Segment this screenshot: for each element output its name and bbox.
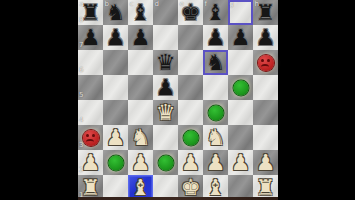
safe-move-dot-icon [108, 155, 123, 170]
file-label-b: b [105, 0, 109, 8]
black-queen: ♛ [153, 50, 178, 75]
white-king: ♚ [178, 175, 203, 200]
square-h1[interactable]: ♜ [253, 175, 278, 200]
square-d7[interactable] [153, 25, 178, 50]
square-a7[interactable]: 7♟ [78, 25, 103, 50]
black-bishop: ♝ [203, 0, 228, 25]
black-pawn: ♟ [253, 25, 278, 50]
square-g6[interactable] [228, 50, 253, 75]
square-d8[interactable]: d [153, 0, 178, 25]
square-e4[interactable] [178, 100, 203, 125]
square-e6[interactable] [178, 50, 203, 75]
chess-board: a8♜b♞c♝de♚f♝gh♜7♟♟♟♟♟♟6♛♞5♟4♛3♟♞♞2♟♟♟♟♟♟… [78, 0, 278, 200]
black-bishop: ♝ [128, 0, 153, 25]
square-e1[interactable]: ♚ [178, 175, 203, 200]
square-a8[interactable]: a8♜ [78, 0, 103, 25]
square-f6[interactable]: ♞ [203, 50, 228, 75]
safe-move-dot-icon [183, 130, 198, 145]
square-h6[interactable] [253, 50, 278, 75]
black-pawn: ♟ [228, 25, 253, 50]
square-e7[interactable] [178, 25, 203, 50]
white-pawn: ♟ [178, 150, 203, 175]
square-d6[interactable]: ♛ [153, 50, 178, 75]
rank-label-3: 3 [79, 142, 83, 149]
rank-label-7: 7 [79, 42, 83, 49]
unsafe-move-frown-icon [258, 55, 274, 71]
square-g1[interactable] [228, 175, 253, 200]
square-f3[interactable]: ♞ [203, 125, 228, 150]
square-f1[interactable]: ♝ [203, 175, 228, 200]
square-b8[interactable]: b♞ [103, 0, 128, 25]
white-queen: ♛ [153, 100, 178, 125]
square-a2[interactable]: 2♟ [78, 150, 103, 175]
square-a3[interactable]: 3 [78, 125, 103, 150]
square-h7[interactable]: ♟ [253, 25, 278, 50]
square-h2[interactable]: ♟ [253, 150, 278, 175]
rank-label-6: 6 [79, 67, 83, 74]
black-rook: ♜ [253, 0, 278, 25]
white-rook: ♜ [78, 175, 103, 200]
square-g4[interactable] [228, 100, 253, 125]
white-pawn: ♟ [128, 150, 153, 175]
app-window: a8♜b♞c♝de♚f♝gh♜7♟♟♟♟♟♟6♛♞5♟4♛3♟♞♞2♟♟♟♟♟♟… [0, 0, 355, 200]
unsafe-move-frown-icon [83, 130, 99, 146]
black-pawn: ♟ [103, 25, 128, 50]
square-a4[interactable]: 4 [78, 100, 103, 125]
file-label-d: d [155, 0, 159, 8]
white-bishop: ♝ [128, 175, 153, 200]
square-b7[interactable]: ♟ [103, 25, 128, 50]
white-pawn: ♟ [228, 150, 253, 175]
file-label-h: h [255, 0, 259, 8]
square-f4[interactable] [203, 100, 228, 125]
file-label-c: c [130, 0, 134, 8]
square-f2[interactable]: ♟ [203, 150, 228, 175]
black-rook: ♜ [78, 0, 103, 25]
white-rook: ♜ [253, 175, 278, 200]
square-f8[interactable]: f♝ [203, 0, 228, 25]
white-pawn: ♟ [78, 150, 103, 175]
square-c3[interactable]: ♞ [128, 125, 153, 150]
black-pawn: ♟ [203, 25, 228, 50]
square-f5[interactable] [203, 75, 228, 100]
file-label-a: a [80, 0, 84, 8]
safe-move-dot-icon [158, 155, 173, 170]
square-b1[interactable] [103, 175, 128, 200]
square-a6[interactable]: 6 [78, 50, 103, 75]
square-h5[interactable] [253, 75, 278, 100]
square-c7[interactable]: ♟ [128, 25, 153, 50]
rank-label-4: 4 [79, 117, 83, 124]
square-g5[interactable] [228, 75, 253, 100]
square-e8[interactable]: e♚ [178, 0, 203, 25]
square-c1[interactable]: ♝ [128, 175, 153, 200]
black-knight: ♞ [103, 0, 128, 25]
square-h8[interactable]: h♜ [253, 0, 278, 25]
black-pawn: ♟ [153, 75, 178, 100]
white-knight: ♞ [203, 125, 228, 150]
square-g3[interactable] [228, 125, 253, 150]
square-b3[interactable]: ♟ [103, 125, 128, 150]
square-e3[interactable] [178, 125, 203, 150]
rank-label-1: 1 [79, 192, 83, 199]
square-g2[interactable]: ♟ [228, 150, 253, 175]
square-b6[interactable] [103, 50, 128, 75]
safe-move-dot-icon [233, 80, 248, 95]
square-a1[interactable]: 1♜ [78, 175, 103, 200]
rank-label-5: 5 [79, 92, 83, 99]
square-d1[interactable] [153, 175, 178, 200]
square-g8[interactable]: g [228, 0, 253, 25]
black-pawn: ♟ [78, 25, 103, 50]
square-e5[interactable] [178, 75, 203, 100]
square-e2[interactable]: ♟ [178, 150, 203, 175]
square-c5[interactable] [128, 75, 153, 100]
file-label-f: f [205, 0, 207, 8]
square-f7[interactable]: ♟ [203, 25, 228, 50]
square-b4[interactable] [103, 100, 128, 125]
white-pawn: ♟ [253, 150, 278, 175]
square-a5[interactable]: 5 [78, 75, 103, 100]
white-pawn: ♟ [203, 150, 228, 175]
file-label-e: e [180, 0, 184, 8]
square-d5[interactable]: ♟ [153, 75, 178, 100]
square-c6[interactable] [128, 50, 153, 75]
square-b2[interactable] [103, 150, 128, 175]
square-c8[interactable]: c♝ [128, 0, 153, 25]
square-d4[interactable]: ♛ [153, 100, 178, 125]
white-pawn: ♟ [103, 125, 128, 150]
black-knight: ♞ [203, 50, 228, 75]
square-h3[interactable] [253, 125, 278, 150]
safe-move-dot-icon [208, 105, 223, 120]
square-d3[interactable] [153, 125, 178, 150]
white-bishop: ♝ [203, 175, 228, 200]
square-h4[interactable] [253, 100, 278, 125]
black-king: ♚ [178, 0, 203, 25]
white-knight: ♞ [128, 125, 153, 150]
square-c4[interactable] [128, 100, 153, 125]
square-d2[interactable] [153, 150, 178, 175]
square-c2[interactable]: ♟ [128, 150, 153, 175]
file-label-g: g [230, 0, 234, 8]
rank-label-2: 2 [79, 167, 83, 174]
black-pawn: ♟ [128, 25, 153, 50]
rank-label-8: 8 [79, 17, 83, 24]
square-g7[interactable]: ♟ [228, 25, 253, 50]
square-b5[interactable] [103, 75, 128, 100]
